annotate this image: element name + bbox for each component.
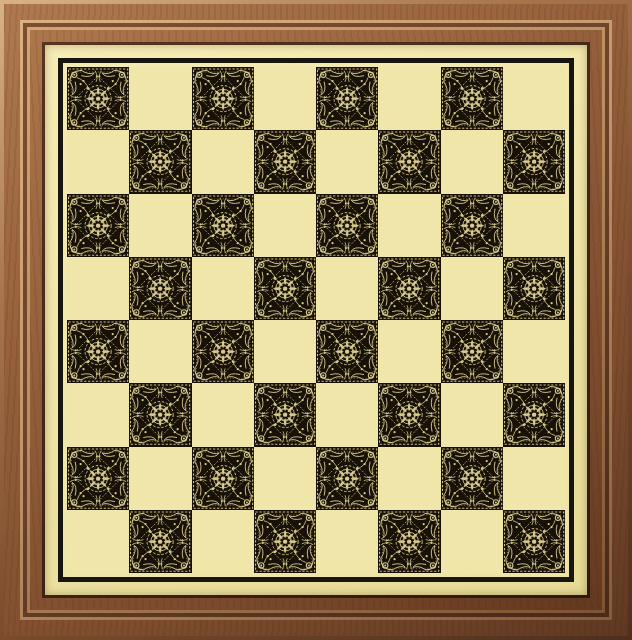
frame-outer-band <box>4 4 628 636</box>
damask-ornament <box>316 447 378 510</box>
square-r2c5[interactable] <box>316 130 378 193</box>
damask-ornament <box>254 257 316 320</box>
frame-molding-groove <box>23 23 609 617</box>
damask-ornament <box>129 383 191 446</box>
square-r2c6[interactable] <box>378 130 440 193</box>
square-r4c2[interactable] <box>129 257 191 320</box>
frame-outer-edge <box>0 0 632 640</box>
square-r6c6[interactable] <box>378 383 440 446</box>
damask-ornament <box>129 257 191 320</box>
damask-ornament <box>129 130 191 193</box>
damask-ornament <box>67 320 129 383</box>
damask-ornament <box>378 510 440 573</box>
square-r3c5[interactable] <box>316 194 378 257</box>
square-r3c4[interactable] <box>254 194 316 257</box>
frame-inner-lip <box>42 42 590 598</box>
framed-chess-board <box>0 0 632 640</box>
frame-molding-highlight-inner <box>27 27 605 613</box>
damask-ornament <box>316 320 378 383</box>
square-r8c3[interactable] <box>192 510 254 573</box>
damask-ornament <box>441 67 503 130</box>
damask-ornament <box>441 320 503 383</box>
square-r5c1[interactable] <box>67 320 129 383</box>
square-r7c1[interactable] <box>67 447 129 510</box>
damask-ornament <box>254 383 316 446</box>
square-r6c4[interactable] <box>254 383 316 446</box>
damask-ornament <box>192 447 254 510</box>
chess-board <box>67 67 565 573</box>
square-r4c7[interactable] <box>441 257 503 320</box>
square-r2c8[interactable] <box>503 130 565 193</box>
damask-ornament <box>503 510 565 573</box>
square-r7c8[interactable] <box>503 447 565 510</box>
square-r3c7[interactable] <box>441 194 503 257</box>
damask-ornament <box>129 510 191 573</box>
square-r7c6[interactable] <box>378 447 440 510</box>
square-r6c2[interactable] <box>129 383 191 446</box>
square-r8c1[interactable] <box>67 510 129 573</box>
square-r7c4[interactable] <box>254 447 316 510</box>
square-r4c3[interactable] <box>192 257 254 320</box>
damask-ornament <box>378 257 440 320</box>
square-r5c4[interactable] <box>254 320 316 383</box>
damask-ornament <box>503 383 565 446</box>
square-r5c7[interactable] <box>441 320 503 383</box>
damask-ornament <box>316 67 378 130</box>
square-r2c7[interactable] <box>441 130 503 193</box>
damask-ornament <box>67 194 129 257</box>
square-r3c6[interactable] <box>378 194 440 257</box>
damask-ornament <box>192 194 254 257</box>
square-r8c2[interactable] <box>129 510 191 573</box>
square-r3c8[interactable] <box>503 194 565 257</box>
square-r1c7[interactable] <box>441 67 503 130</box>
square-r3c3[interactable] <box>192 194 254 257</box>
square-r7c3[interactable] <box>192 447 254 510</box>
brass-plate <box>45 45 587 595</box>
damask-ornament <box>378 130 440 193</box>
square-r4c4[interactable] <box>254 257 316 320</box>
square-r6c1[interactable] <box>67 383 129 446</box>
damask-ornament <box>378 383 440 446</box>
square-r8c6[interactable] <box>378 510 440 573</box>
square-r2c4[interactable] <box>254 130 316 193</box>
damask-ornament <box>254 510 316 573</box>
square-r7c2[interactable] <box>129 447 191 510</box>
square-r2c2[interactable] <box>129 130 191 193</box>
square-r6c5[interactable] <box>316 383 378 446</box>
square-r8c5[interactable] <box>316 510 378 573</box>
square-r1c1[interactable] <box>67 67 129 130</box>
square-r1c8[interactable] <box>503 67 565 130</box>
square-r1c6[interactable] <box>378 67 440 130</box>
square-r1c4[interactable] <box>254 67 316 130</box>
square-r8c4[interactable] <box>254 510 316 573</box>
square-r7c5[interactable] <box>316 447 378 510</box>
square-r5c3[interactable] <box>192 320 254 383</box>
square-r3c2[interactable] <box>129 194 191 257</box>
square-r1c5[interactable] <box>316 67 378 130</box>
frame-molding-highlight-outer <box>20 20 612 620</box>
square-r4c1[interactable] <box>67 257 129 320</box>
damask-ornament <box>503 130 565 193</box>
damask-ornament <box>192 67 254 130</box>
damask-ornament <box>254 130 316 193</box>
damask-ornament <box>192 320 254 383</box>
damask-ornament <box>441 447 503 510</box>
square-r1c3[interactable] <box>192 67 254 130</box>
square-r4c8[interactable] <box>503 257 565 320</box>
square-r3c1[interactable] <box>67 194 129 257</box>
square-r7c7[interactable] <box>441 447 503 510</box>
square-r5c5[interactable] <box>316 320 378 383</box>
square-r8c8[interactable] <box>503 510 565 573</box>
square-r4c6[interactable] <box>378 257 440 320</box>
square-r8c7[interactable] <box>441 510 503 573</box>
damask-ornament <box>316 194 378 257</box>
square-r2c1[interactable] <box>67 130 129 193</box>
frame-inner-band <box>30 30 602 610</box>
square-r5c6[interactable] <box>378 320 440 383</box>
square-r5c8[interactable] <box>503 320 565 383</box>
square-r2c3[interactable] <box>192 130 254 193</box>
square-r4c5[interactable] <box>316 257 378 320</box>
damask-ornament <box>67 67 129 130</box>
square-r6c8[interactable] <box>503 383 565 446</box>
square-r6c3[interactable] <box>192 383 254 446</box>
damask-ornament <box>503 257 565 320</box>
damask-ornament <box>67 447 129 510</box>
damask-ornament <box>441 194 503 257</box>
square-r5c2[interactable] <box>129 320 191 383</box>
board-border-line <box>58 58 574 582</box>
square-r6c7[interactable] <box>441 383 503 446</box>
square-r1c2[interactable] <box>129 67 191 130</box>
